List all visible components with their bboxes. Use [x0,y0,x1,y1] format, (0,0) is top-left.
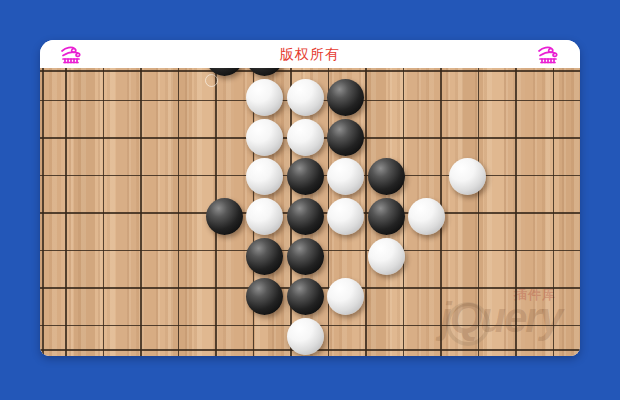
black-stone [287,158,324,195]
white-stone [287,119,324,156]
black-stone [287,278,324,315]
white-stone [287,79,324,116]
grid-hline [40,70,580,71]
white-stone [368,238,405,275]
white-stone [287,318,324,355]
black-stone [246,278,283,315]
white-stone [327,278,364,315]
white-stone [449,158,486,195]
game-card: 版权所有 jQuery 插件库 [40,40,580,356]
white-stone [408,198,445,235]
white-stone [327,198,364,235]
black-stone [246,238,283,275]
watermark-subtext: 插件库 [514,286,556,304]
black-stone [206,198,243,235]
ghost-stone-marker [205,74,218,87]
black-stone [287,198,324,235]
watermark: jQuery 插件库 [438,286,580,348]
black-stone [327,119,364,156]
black-stone [287,238,324,275]
white-stone [246,79,283,116]
page-title: 版权所有 [40,40,580,68]
header-right-button[interactable] [536,43,560,66]
white-stone [246,119,283,156]
black-stone [368,198,405,235]
black-stone [246,68,283,76]
white-stone [246,198,283,235]
black-stone [327,79,364,116]
watermark-text: jQuery [440,294,561,342]
board[interactable]: jQuery 插件库 [40,68,580,356]
white-stone [246,158,283,195]
black-stone [368,158,405,195]
wind-icon [536,43,560,66]
white-stone [327,158,364,195]
header-bar: 版权所有 [40,40,580,68]
